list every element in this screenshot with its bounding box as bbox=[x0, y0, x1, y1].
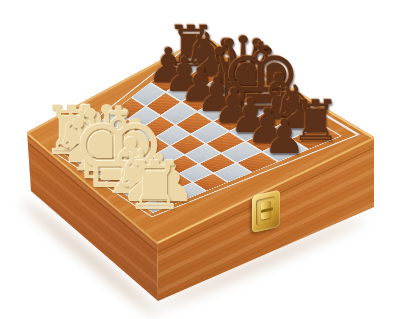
piece-white-rook-h1[interactable]: ♜ bbox=[125, 152, 185, 219]
brass-clasp bbox=[252, 190, 280, 233]
chess-box-scene: ♜♞♝♛♚♝♞♜♟♟♟♟♟♟♟♟♟♟♟♟♟♟♟♟♜♞♝♛♚♝♞♜ bbox=[0, 0, 400, 319]
piece-black-pawn-h7[interactable]: ♟ bbox=[263, 113, 305, 160]
